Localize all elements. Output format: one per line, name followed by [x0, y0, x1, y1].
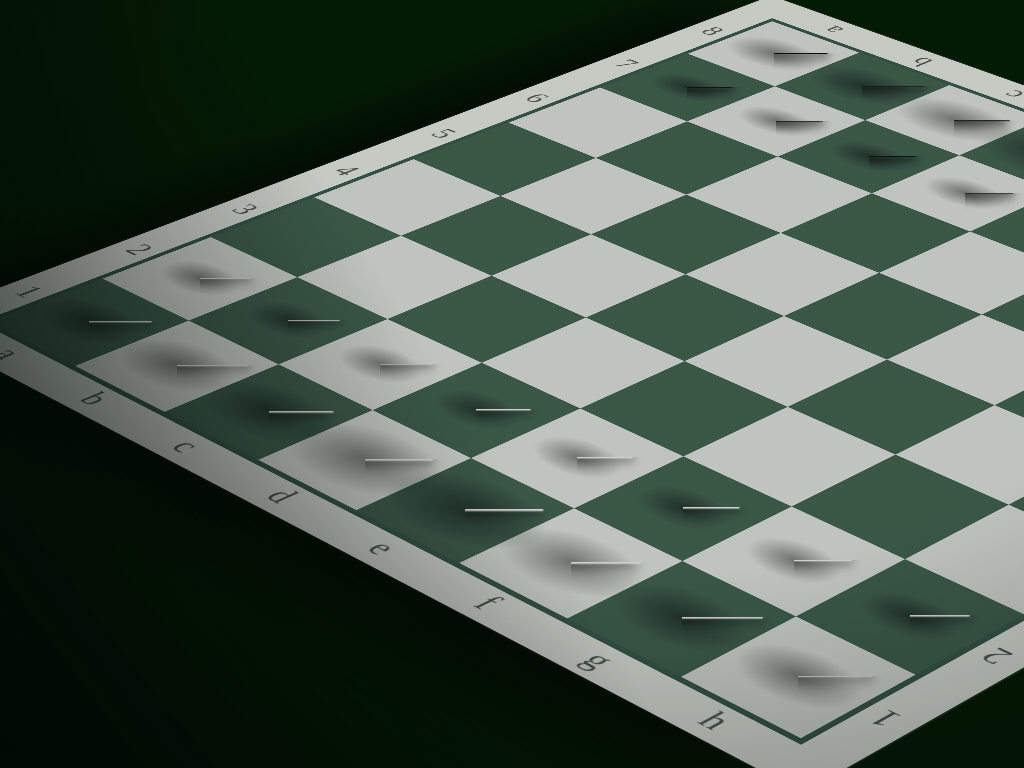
shadow-b7 [725, 101, 829, 142]
shadow-c7 [816, 135, 922, 177]
scene-background: aabbccddeeffgghh1122334455667788 ♜♞♝♛♚♝♞… [0, 0, 1024, 768]
white-rook-icon: ♜ [682, 457, 916, 718]
shadow-e7 [1009, 208, 1024, 254]
shadow-a7 [637, 68, 738, 107]
shadow-d7 [910, 171, 1019, 215]
chess-board: aabbccddeeffgghh1122334455667788 ♜♞♝♛♚♝♞… [0, 0, 1024, 768]
